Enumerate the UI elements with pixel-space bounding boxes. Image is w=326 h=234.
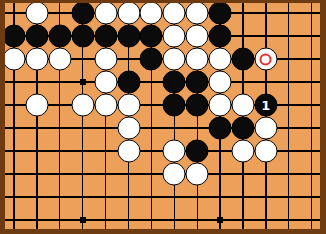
black-stone (163, 71, 186, 94)
black-stone (140, 25, 163, 48)
black-stone (117, 25, 140, 48)
white-stone (117, 94, 140, 117)
white-stone (254, 117, 277, 140)
star-point (217, 217, 223, 223)
white-stone (186, 25, 209, 48)
white-stone (209, 71, 232, 94)
white-stone (94, 48, 117, 71)
frame-top (0, 0, 326, 3)
black-stone (140, 48, 163, 71)
frame-right (320, 0, 326, 234)
circle-marker (260, 53, 272, 65)
white-stone (94, 94, 117, 117)
black-stone (163, 94, 186, 117)
white-stone (163, 2, 186, 25)
grid-line-horizontal (5, 196, 320, 197)
black-stone-move-1: 1 (254, 94, 277, 117)
grid-line-horizontal (5, 219, 320, 220)
black-stone (117, 71, 140, 94)
move-number-label: 1 (261, 99, 270, 112)
black-stone (25, 25, 48, 48)
go-board: 1 (0, 0, 326, 234)
white-stone (163, 48, 186, 71)
black-stone (186, 94, 209, 117)
frame-left (0, 0, 5, 234)
white-stone (71, 94, 94, 117)
black-stone (209, 25, 232, 48)
white-stone (25, 2, 48, 25)
star-point (80, 217, 86, 223)
white-stone (232, 140, 255, 163)
black-stone (48, 25, 71, 48)
white-stone (94, 71, 117, 94)
star-point (80, 79, 86, 85)
white-stone (163, 140, 186, 163)
white-stone (186, 48, 209, 71)
white-stone (163, 163, 186, 186)
white-stone (140, 2, 163, 25)
frame-bottom (0, 229, 326, 234)
white-stone (25, 48, 48, 71)
white-stone (209, 48, 232, 71)
black-stone (232, 48, 255, 71)
black-stone (209, 2, 232, 25)
black-stone (186, 71, 209, 94)
white-stone (117, 2, 140, 25)
black-stone (71, 25, 94, 48)
black-stone (186, 140, 209, 163)
white-stone (117, 140, 140, 163)
white-stone (163, 25, 186, 48)
white-stone (186, 2, 209, 25)
black-stone (232, 117, 255, 140)
black-stone (3, 25, 26, 48)
white-stone (254, 140, 277, 163)
white-stone (48, 48, 71, 71)
marked-white-stone (254, 48, 277, 71)
white-stone (25, 94, 48, 117)
white-stone (3, 48, 26, 71)
white-stone (209, 94, 232, 117)
white-stone (117, 117, 140, 140)
black-stone (71, 2, 94, 25)
black-stone (94, 25, 117, 48)
white-stone (186, 163, 209, 186)
black-stone (209, 117, 232, 140)
white-stone (94, 2, 117, 25)
white-stone (232, 94, 255, 117)
